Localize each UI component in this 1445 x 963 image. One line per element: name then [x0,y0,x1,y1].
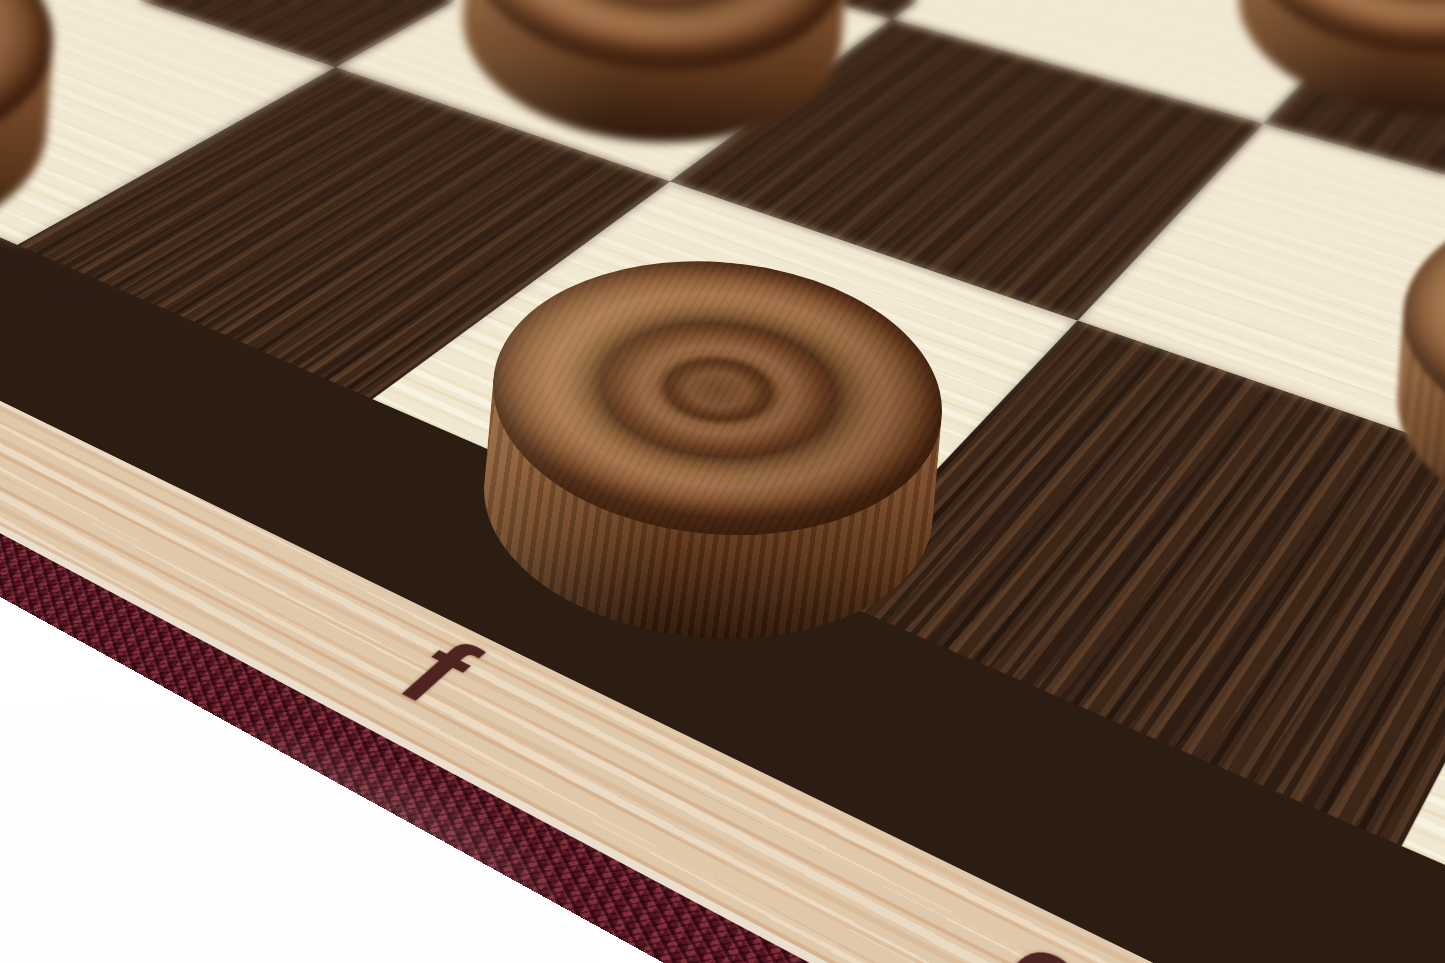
board-photo-stage: fg [0,0,1445,963]
checker-piece-f3 [1231,0,1445,126]
checker-piece-e2 [455,0,855,155]
checker-piece-f1 [472,243,953,657]
pieces-layer [0,0,1445,963]
checker-piece-g2 [1389,186,1445,549]
checker-piece-d1 [0,0,61,257]
